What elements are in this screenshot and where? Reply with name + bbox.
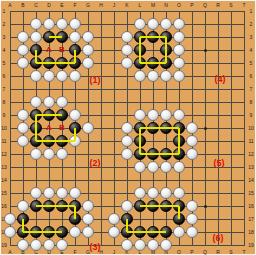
coordinate-letter-top: N bbox=[164, 2, 168, 7]
white-stone bbox=[121, 239, 133, 251]
grid-line-vertical bbox=[244, 11, 245, 246]
white-stone bbox=[43, 239, 55, 251]
yellow-annotation-line bbox=[36, 140, 75, 142]
coordinate-letter-top: O bbox=[177, 2, 181, 7]
white-stone bbox=[186, 226, 198, 238]
white-stone bbox=[173, 109, 185, 121]
coordinate-letter-top: E bbox=[60, 2, 63, 7]
white-stone bbox=[17, 57, 29, 69]
point-label: A bbox=[46, 46, 52, 54]
coordinate-number-left: 6 bbox=[3, 74, 6, 79]
white-stone bbox=[82, 44, 94, 56]
coordinate-letter-bottom: R bbox=[216, 249, 220, 254]
coordinate-letter-bottom: A bbox=[8, 249, 11, 254]
diagram-number-label: (3) bbox=[90, 243, 101, 252]
white-stone bbox=[173, 161, 185, 173]
white-stone bbox=[186, 135, 198, 147]
yellow-annotation-line bbox=[139, 128, 141, 154]
white-stone bbox=[160, 70, 172, 82]
white-stone bbox=[160, 239, 172, 251]
coordinate-letter-top: A bbox=[8, 2, 11, 7]
white-stone bbox=[121, 31, 133, 43]
yellow-annotation-line bbox=[23, 231, 62, 233]
white-stone bbox=[43, 96, 55, 108]
coordinate-number-right: 6 bbox=[250, 74, 253, 79]
white-stone bbox=[69, 31, 81, 43]
coordinate-number-right: 8 bbox=[250, 100, 253, 105]
coordinate-number-left: 19 bbox=[1, 243, 7, 248]
yellow-annotation-line bbox=[74, 128, 76, 141]
white-stone bbox=[160, 109, 172, 121]
grid-line-vertical bbox=[231, 11, 232, 246]
yellow-annotation-line bbox=[74, 50, 76, 63]
white-stone bbox=[56, 148, 68, 160]
white-stone bbox=[134, 239, 146, 251]
coordinate-number-right: 7 bbox=[250, 87, 253, 92]
white-stone bbox=[56, 70, 68, 82]
white-stone bbox=[186, 148, 198, 160]
coordinate-number-left: 14 bbox=[1, 178, 7, 183]
coordinate-number-right: 13 bbox=[248, 165, 254, 170]
coordinate-letter-top: Q bbox=[203, 2, 207, 7]
coordinate-number-left: 8 bbox=[3, 100, 6, 105]
coordinate-number-right: 5 bbox=[250, 61, 253, 66]
white-stone bbox=[43, 187, 55, 199]
white-stone bbox=[56, 239, 68, 251]
white-stone bbox=[173, 31, 185, 43]
coordinate-letter-bottom: O bbox=[177, 249, 181, 254]
coordinate-number-right: 2 bbox=[250, 22, 253, 27]
yellow-annotation-line bbox=[126, 219, 128, 232]
white-stone bbox=[173, 187, 185, 199]
white-stone bbox=[121, 148, 133, 160]
white-stone bbox=[4, 226, 16, 238]
grid-line-vertical bbox=[218, 11, 219, 246]
yellow-annotation-line bbox=[35, 50, 37, 63]
coordinate-number-right: 1 bbox=[250, 9, 253, 14]
white-stone bbox=[160, 18, 172, 30]
white-stone bbox=[147, 239, 159, 251]
yellow-annotation-line bbox=[36, 62, 75, 64]
coordinate-letter-top: S bbox=[229, 2, 232, 7]
white-stone bbox=[186, 213, 198, 225]
coordinate-number-right: 9 bbox=[250, 113, 253, 118]
white-stone bbox=[43, 18, 55, 30]
white-stone bbox=[173, 44, 185, 56]
diagram-number-label: (1) bbox=[90, 76, 101, 85]
white-stone bbox=[30, 239, 42, 251]
coordinate-number-left: 3 bbox=[3, 35, 6, 40]
coordinate-letter-top: P bbox=[190, 2, 193, 7]
coordinate-letter-top: J bbox=[113, 2, 116, 7]
coordinate-number-left: 7 bbox=[3, 87, 6, 92]
coordinate-letter-top: D bbox=[47, 2, 51, 7]
coordinate-number-left: 2 bbox=[3, 22, 6, 27]
coordinate-letter-top: M bbox=[151, 2, 155, 7]
white-stone bbox=[17, 122, 29, 134]
white-stone bbox=[173, 70, 185, 82]
point-label: B bbox=[59, 124, 65, 132]
white-stone bbox=[17, 31, 29, 43]
coordinate-letter-bottom: Q bbox=[203, 249, 207, 254]
white-stone bbox=[82, 57, 94, 69]
coordinate-number-right: 10 bbox=[248, 126, 254, 131]
white-stone bbox=[56, 18, 68, 30]
coordinate-number-left: 9 bbox=[3, 113, 6, 118]
coordinate-number-left: 16 bbox=[1, 204, 7, 209]
coordinate-number-left: 1 bbox=[3, 9, 6, 14]
coordinate-letter-top: T bbox=[242, 2, 245, 7]
yellow-annotation-line bbox=[49, 36, 62, 38]
coordinate-number-left: 11 bbox=[1, 139, 6, 144]
white-stone bbox=[30, 187, 42, 199]
coordinate-letter-top: C bbox=[34, 2, 38, 7]
coordinate-number-left: 15 bbox=[1, 191, 7, 196]
yellow-annotation-line bbox=[139, 37, 141, 63]
coordinate-letter-top: K bbox=[125, 2, 128, 7]
yellow-annotation-line bbox=[22, 219, 24, 232]
coordinate-number-left: 5 bbox=[3, 61, 6, 66]
white-stone bbox=[30, 31, 42, 43]
white-stone bbox=[121, 44, 133, 56]
white-stone bbox=[121, 200, 133, 212]
white-stone bbox=[147, 18, 159, 30]
white-stone bbox=[108, 213, 120, 225]
white-stone bbox=[17, 135, 29, 147]
white-stone bbox=[4, 213, 16, 225]
coordinate-number-left: 13 bbox=[1, 165, 7, 170]
yellow-annotation-line bbox=[36, 205, 75, 207]
white-stone bbox=[134, 161, 146, 173]
grid-line-horizontal bbox=[10, 167, 245, 168]
white-stone bbox=[121, 57, 133, 69]
yellow-annotation-line bbox=[140, 205, 179, 207]
diagram-number-label: (2) bbox=[90, 159, 101, 168]
coordinate-number-left: 12 bbox=[1, 152, 7, 157]
coordinate-number-left: 10 bbox=[1, 126, 7, 131]
white-stone bbox=[147, 187, 159, 199]
white-stone bbox=[56, 96, 68, 108]
white-stone bbox=[69, 226, 81, 238]
white-stone bbox=[56, 187, 68, 199]
white-stone bbox=[69, 70, 81, 82]
coordinate-number-right: 16 bbox=[248, 204, 254, 209]
white-stone bbox=[134, 109, 146, 121]
yellow-annotation-line bbox=[127, 231, 166, 233]
white-stone bbox=[17, 109, 29, 121]
yellow-annotation-line bbox=[74, 206, 76, 219]
coordinate-number-right: 12 bbox=[248, 152, 254, 157]
coordinate-number-right: 17 bbox=[248, 217, 254, 222]
diagram-number-label: (5) bbox=[214, 159, 225, 168]
white-stone bbox=[17, 200, 29, 212]
go-board[interactable]: AABBCCDDEEFFGGHHJJKKLLMMNNOOPPQQRRSSTT11… bbox=[0, 0, 256, 255]
coordinate-letter-top: R bbox=[216, 2, 220, 7]
white-stone bbox=[30, 70, 42, 82]
white-stone bbox=[134, 18, 146, 30]
white-stone bbox=[147, 161, 159, 173]
star-point bbox=[204, 205, 207, 208]
white-stone bbox=[43, 148, 55, 160]
yellow-annotation-line bbox=[36, 114, 62, 116]
coordinate-number-right: 15 bbox=[248, 191, 254, 196]
coordinate-number-right: 11 bbox=[248, 139, 253, 144]
yellow-annotation-line bbox=[165, 37, 167, 63]
coordinate-number-right: 18 bbox=[248, 230, 254, 235]
white-stone bbox=[134, 70, 146, 82]
yellow-annotation-line bbox=[140, 153, 179, 155]
white-stone bbox=[82, 226, 94, 238]
white-stone bbox=[69, 18, 81, 30]
coordinate-letter-bottom: J bbox=[113, 249, 116, 254]
coordinate-letter-top: B bbox=[21, 2, 24, 7]
white-stone bbox=[82, 213, 94, 225]
coordinate-letter-bottom: T bbox=[242, 249, 245, 254]
coordinate-number-right: 14 bbox=[248, 178, 254, 183]
grid-line-horizontal bbox=[10, 180, 245, 181]
white-stone bbox=[30, 96, 42, 108]
white-stone bbox=[186, 122, 198, 134]
white-stone bbox=[173, 18, 185, 30]
white-stone bbox=[147, 109, 159, 121]
coordinate-letter-bottom: P bbox=[190, 249, 193, 254]
white-stone bbox=[134, 187, 146, 199]
white-stone bbox=[160, 187, 172, 199]
white-stone bbox=[17, 239, 29, 251]
coordinate-letter-bottom: S bbox=[229, 249, 232, 254]
star-point bbox=[204, 49, 207, 52]
star-point bbox=[204, 127, 207, 130]
white-stone bbox=[69, 187, 81, 199]
white-stone bbox=[160, 161, 172, 173]
white-stone bbox=[82, 200, 94, 212]
coordinate-number-right: 19 bbox=[248, 243, 254, 248]
white-stone bbox=[30, 148, 42, 160]
yellow-annotation-line bbox=[35, 115, 37, 141]
yellow-annotation-line bbox=[140, 36, 166, 38]
yellow-annotation-line bbox=[140, 62, 166, 64]
coordinate-number-right: 3 bbox=[250, 35, 253, 40]
diagram-number-label: (6) bbox=[213, 234, 224, 243]
coordinate-letter-top: G bbox=[86, 2, 90, 7]
diagram-number-label: (4) bbox=[215, 75, 226, 84]
yellow-annotation-line bbox=[178, 206, 180, 219]
coordinate-letter-top: F bbox=[73, 2, 76, 7]
white-stone bbox=[17, 44, 29, 56]
coordinate-letter-top: L bbox=[139, 2, 142, 7]
coordinate-number-right: 4 bbox=[250, 48, 253, 53]
yellow-annotation-line bbox=[178, 128, 180, 154]
coordinate-letter-bottom: F bbox=[73, 249, 76, 254]
white-stone bbox=[108, 226, 120, 238]
white-stone bbox=[82, 122, 94, 134]
white-stone bbox=[147, 70, 159, 82]
white-stone bbox=[43, 70, 55, 82]
white-stone bbox=[173, 226, 185, 238]
white-stone bbox=[69, 109, 81, 121]
white-stone bbox=[30, 18, 42, 30]
white-stone bbox=[186, 200, 198, 212]
white-stone bbox=[121, 135, 133, 147]
yellow-annotation-line bbox=[140, 127, 179, 129]
coordinate-letter-top: H bbox=[99, 2, 103, 7]
white-stone bbox=[82, 31, 94, 43]
white-stone bbox=[173, 57, 185, 69]
white-stone bbox=[121, 122, 133, 134]
point-label: B bbox=[59, 46, 65, 54]
point-label: A bbox=[46, 124, 52, 132]
coordinate-number-left: 4 bbox=[3, 48, 6, 53]
